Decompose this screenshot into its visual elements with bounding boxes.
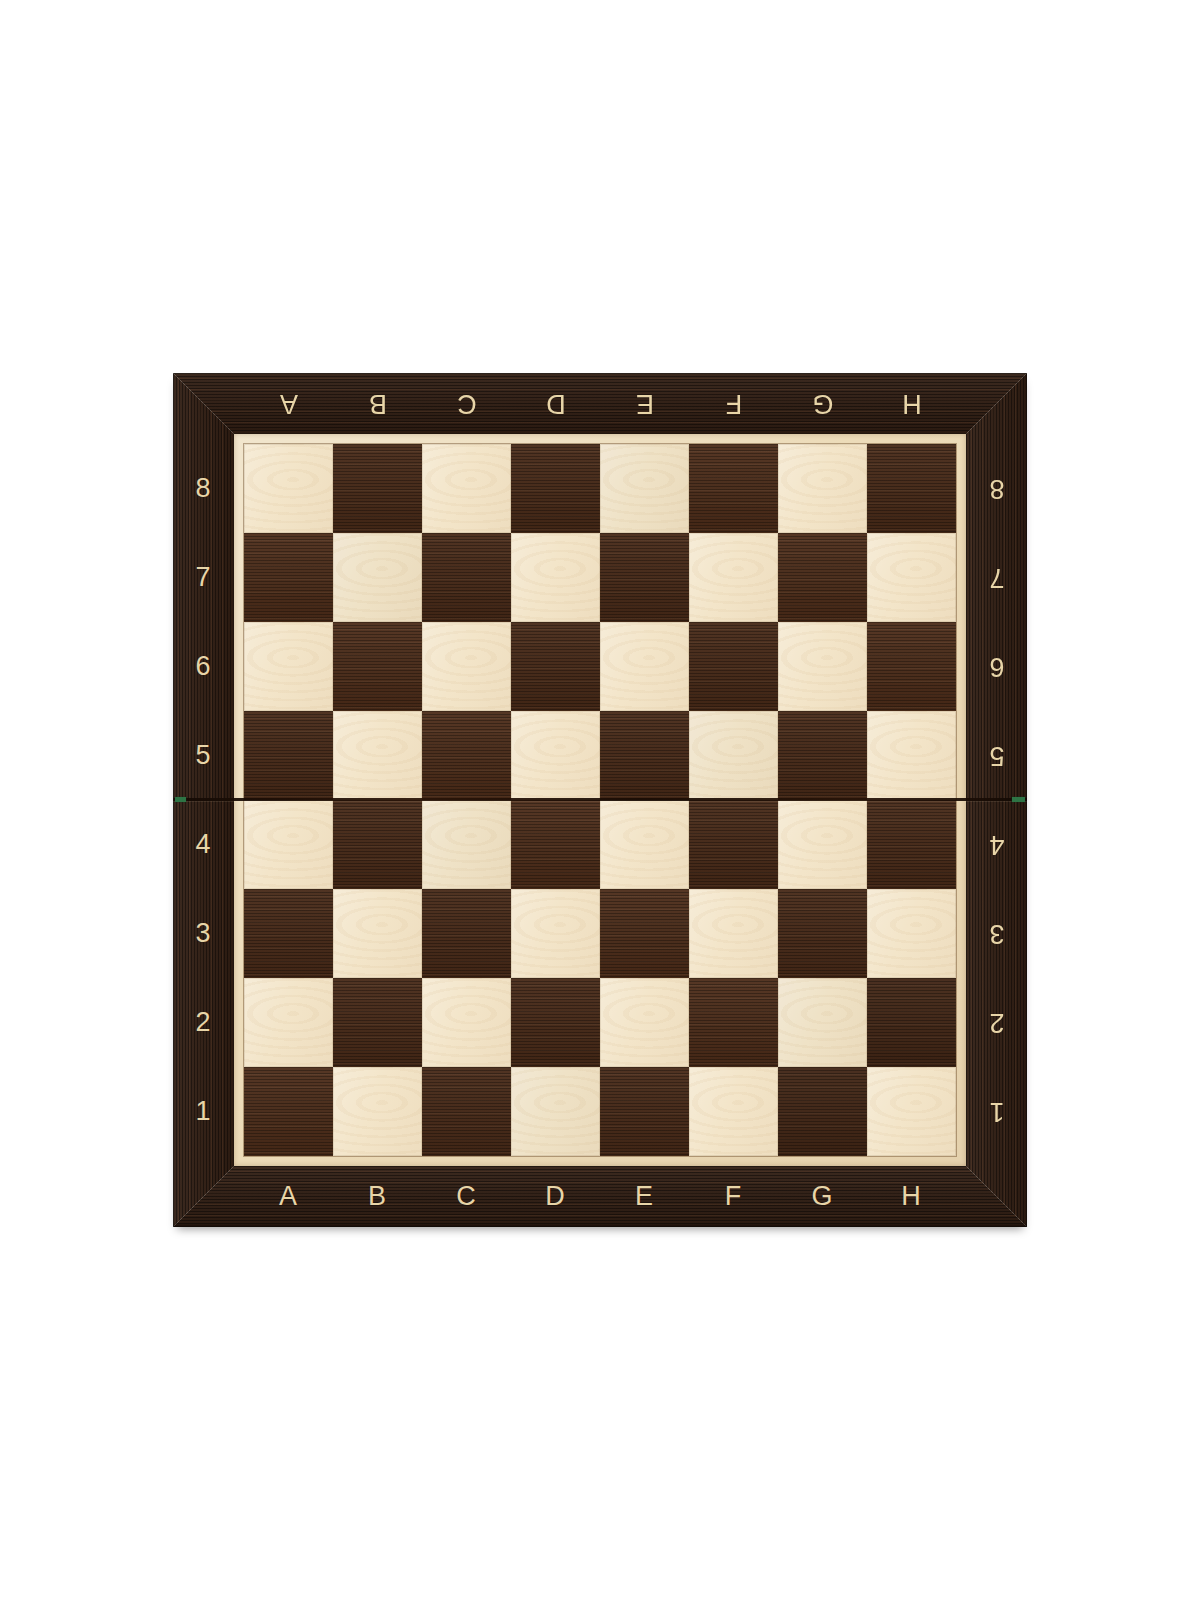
square-g6 [778,622,867,711]
hinge-green-right [1012,797,1025,802]
rank-label-2-left: 2 [173,978,234,1067]
square-e6 [600,622,689,711]
file-label-e-top: E [600,373,689,434]
square-h3 [867,889,956,978]
square-h5 [867,711,956,800]
square-d6 [511,622,600,711]
file-label-c-bottom: C [422,1166,511,1227]
file-label-a-top: A [244,373,333,434]
rank-label-5-left: 5 [173,711,234,800]
square-a7 [244,533,333,622]
square-c6 [422,622,511,711]
file-labels-top: A B C D E F G H [244,373,956,434]
square-b5 [333,711,422,800]
square-h1 [867,1067,956,1156]
square-h8 [867,444,956,533]
rank-label-2-right: 2 [966,978,1027,1067]
square-e8 [600,444,689,533]
square-a4 [244,800,333,889]
file-label-d-bottom: D [511,1166,600,1227]
square-c4 [422,800,511,889]
file-label-h-top: H [867,373,956,434]
square-h6 [867,622,956,711]
square-a1 [244,1067,333,1156]
rank-label-4-right: 4 [966,800,1027,889]
rank-label-7-right: 7 [966,533,1027,622]
square-a8 [244,444,333,533]
square-g4 [778,800,867,889]
square-e1 [600,1067,689,1156]
square-d5 [511,711,600,800]
square-c5 [422,711,511,800]
rank-label-1-left: 1 [173,1067,234,1156]
square-b7 [333,533,422,622]
rank-label-6-left: 6 [173,622,234,711]
file-label-h-bottom: H [867,1166,956,1227]
file-label-b-bottom: B [333,1166,422,1227]
square-h7 [867,533,956,622]
square-d4 [511,800,600,889]
square-e5 [600,711,689,800]
square-g1 [778,1067,867,1156]
square-a2 [244,978,333,1067]
fold-seam [173,798,1027,801]
square-e7 [600,533,689,622]
square-c7 [422,533,511,622]
square-f7 [689,533,778,622]
rank-label-3-right: 3 [966,889,1027,978]
rank-label-6-right: 6 [966,622,1027,711]
square-b6 [333,622,422,711]
rank-label-1-right: 1 [966,1067,1027,1156]
square-c1 [422,1067,511,1156]
square-f1 [689,1067,778,1156]
rank-label-7-left: 7 [173,533,234,622]
square-g7 [778,533,867,622]
file-label-a-bottom: A [244,1166,333,1227]
square-e3 [600,889,689,978]
square-b8 [333,444,422,533]
square-e2 [600,978,689,1067]
square-d1 [511,1067,600,1156]
square-f5 [689,711,778,800]
square-c8 [422,444,511,533]
file-label-c-top: C [422,373,511,434]
square-g8 [778,444,867,533]
square-g3 [778,889,867,978]
square-f8 [689,444,778,533]
rank-label-5-right: 5 [966,711,1027,800]
square-b2 [333,978,422,1067]
file-label-d-top: D [511,373,600,434]
file-label-g-bottom: G [778,1166,867,1227]
file-label-b-top: B [333,373,422,434]
square-b3 [333,889,422,978]
square-d3 [511,889,600,978]
square-c3 [422,889,511,978]
square-f6 [689,622,778,711]
square-f4 [689,800,778,889]
square-g5 [778,711,867,800]
square-b4 [333,800,422,889]
square-b1 [333,1067,422,1156]
file-label-f-top: F [689,373,778,434]
file-label-e-bottom: E [600,1166,689,1227]
square-f3 [689,889,778,978]
rank-label-8-left: 8 [173,444,234,533]
square-c2 [422,978,511,1067]
square-h4 [867,800,956,889]
rank-label-3-left: 3 [173,889,234,978]
square-d7 [511,533,600,622]
rank-label-4-left: 4 [173,800,234,889]
file-label-f-bottom: F [689,1166,778,1227]
square-d2 [511,978,600,1067]
square-f2 [689,978,778,1067]
file-labels-bottom: A B C D E F G H [244,1166,956,1227]
hinge-green-left [175,797,186,802]
square-d8 [511,444,600,533]
square-e4 [600,800,689,889]
photo-background: A B C D E F G H A B C D E F G H 8 7 6 5 … [0,0,1200,1600]
square-a6 [244,622,333,711]
file-label-g-top: G [778,373,867,434]
square-g2 [778,978,867,1067]
chess-board: A B C D E F G H A B C D E F G H 8 7 6 5 … [173,373,1027,1227]
rank-label-8-right: 8 [966,444,1027,533]
square-a5 [244,711,333,800]
square-h2 [867,978,956,1067]
square-a3 [244,889,333,978]
